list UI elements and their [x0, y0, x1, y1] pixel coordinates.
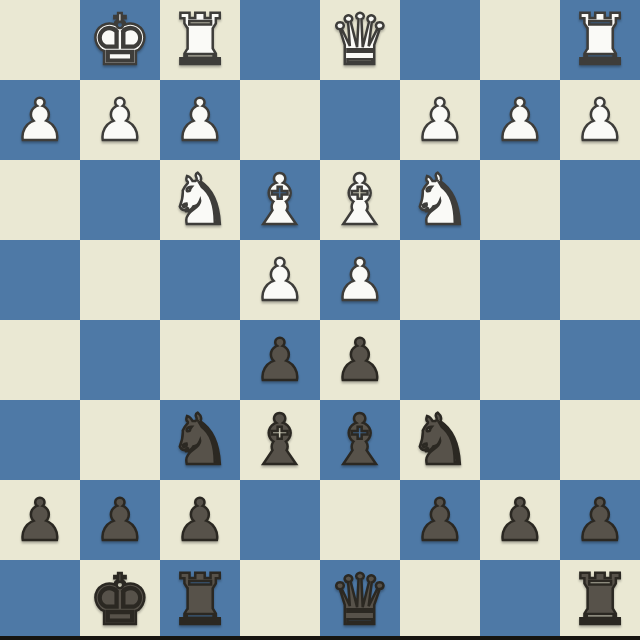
square-c5[interactable] [400, 320, 480, 400]
white-queen[interactable]: ♛ [329, 0, 392, 80]
square-h2[interactable]: ♟ [0, 80, 80, 160]
black-pawn[interactable]: ♟ [494, 480, 546, 560]
square-e3[interactable]: ♝ [240, 160, 320, 240]
black-knight[interactable]: ♞ [169, 400, 232, 480]
square-d1[interactable]: ♛ [320, 0, 400, 80]
white-knight[interactable]: ♞ [409, 160, 472, 240]
square-a8[interactable]: ♜ [560, 560, 640, 640]
black-pawn[interactable]: ♟ [174, 480, 226, 560]
square-a7[interactable]: ♟ [560, 480, 640, 560]
square-c2[interactable]: ♟ [400, 80, 480, 160]
square-f5[interactable] [160, 320, 240, 400]
black-pawn[interactable]: ♟ [574, 480, 626, 560]
square-h8[interactable] [0, 560, 80, 640]
black-pawn[interactable]: ♟ [94, 480, 146, 560]
white-rook[interactable]: ♜ [169, 0, 232, 80]
white-pawn[interactable]: ♟ [254, 240, 306, 320]
square-g2[interactable]: ♟ [80, 80, 160, 160]
square-g5[interactable] [80, 320, 160, 400]
square-e4[interactable]: ♟ [240, 240, 320, 320]
square-b6[interactable] [480, 400, 560, 480]
black-king[interactable]: ♚ [89, 560, 152, 640]
square-d8[interactable]: ♛ [320, 560, 400, 640]
square-f6[interactable]: ♞ [160, 400, 240, 480]
black-bishop[interactable]: ♝ [249, 400, 312, 480]
square-d6[interactable]: ♝ [320, 400, 400, 480]
square-e6[interactable]: ♝ [240, 400, 320, 480]
square-d4[interactable]: ♟ [320, 240, 400, 320]
square-e7[interactable] [240, 480, 320, 560]
square-b2[interactable]: ♟ [480, 80, 560, 160]
white-pawn[interactable]: ♟ [14, 80, 66, 160]
square-c3[interactable]: ♞ [400, 160, 480, 240]
square-a4[interactable] [560, 240, 640, 320]
black-rook[interactable]: ♜ [169, 560, 232, 640]
square-h1[interactable] [0, 0, 80, 80]
square-g4[interactable] [80, 240, 160, 320]
square-a6[interactable] [560, 400, 640, 480]
square-d2[interactable] [320, 80, 400, 160]
black-queen[interactable]: ♛ [329, 560, 392, 640]
white-bishop[interactable]: ♝ [329, 160, 392, 240]
square-a3[interactable] [560, 160, 640, 240]
white-pawn[interactable]: ♟ [94, 80, 146, 160]
black-rook[interactable]: ♜ [569, 560, 632, 640]
square-f8[interactable]: ♜ [160, 560, 240, 640]
square-a5[interactable] [560, 320, 640, 400]
square-c7[interactable]: ♟ [400, 480, 480, 560]
square-c4[interactable] [400, 240, 480, 320]
square-f7[interactable]: ♟ [160, 480, 240, 560]
white-pawn[interactable]: ♟ [334, 240, 386, 320]
white-knight[interactable]: ♞ [169, 160, 232, 240]
square-d5[interactable]: ♟ [320, 320, 400, 400]
square-d3[interactable]: ♝ [320, 160, 400, 240]
square-a1[interactable]: ♜ [560, 0, 640, 80]
black-bishop[interactable]: ♝ [329, 400, 392, 480]
square-a2[interactable]: ♟ [560, 80, 640, 160]
white-pawn[interactable]: ♟ [494, 80, 546, 160]
square-f4[interactable] [160, 240, 240, 320]
square-b5[interactable] [480, 320, 560, 400]
black-pawn[interactable]: ♟ [14, 480, 66, 560]
square-c6[interactable]: ♞ [400, 400, 480, 480]
bottom-edge-strip [0, 636, 640, 640]
white-rook[interactable]: ♜ [569, 0, 632, 80]
board-wrap: ♚♜♛♜♟♟♟♟♟♟♞♝♝♞♟♟♟♟♞♝♝♞♟♟♟♟♟♟♚♜♛♜ [0, 0, 640, 640]
square-f3[interactable]: ♞ [160, 160, 240, 240]
square-g3[interactable] [80, 160, 160, 240]
square-e8[interactable] [240, 560, 320, 640]
square-f2[interactable]: ♟ [160, 80, 240, 160]
square-b3[interactable] [480, 160, 560, 240]
white-pawn[interactable]: ♟ [414, 80, 466, 160]
black-pawn[interactable]: ♟ [414, 480, 466, 560]
black-pawn[interactable]: ♟ [254, 320, 306, 400]
square-b7[interactable]: ♟ [480, 480, 560, 560]
white-pawn[interactable]: ♟ [174, 80, 226, 160]
square-g1[interactable]: ♚ [80, 0, 160, 80]
square-c8[interactable] [400, 560, 480, 640]
square-e2[interactable] [240, 80, 320, 160]
square-h5[interactable] [0, 320, 80, 400]
square-g7[interactable]: ♟ [80, 480, 160, 560]
square-h3[interactable] [0, 160, 80, 240]
square-h6[interactable] [0, 400, 80, 480]
white-king[interactable]: ♚ [89, 0, 152, 80]
square-b1[interactable] [480, 0, 560, 80]
square-g6[interactable] [80, 400, 160, 480]
square-h7[interactable]: ♟ [0, 480, 80, 560]
square-g8[interactable]: ♚ [80, 560, 160, 640]
white-bishop[interactable]: ♝ [249, 160, 312, 240]
chess-board: ♚♜♛♜♟♟♟♟♟♟♞♝♝♞♟♟♟♟♞♝♝♞♟♟♟♟♟♟♚♜♛♜ [0, 0, 640, 640]
square-b4[interactable] [480, 240, 560, 320]
square-c1[interactable] [400, 0, 480, 80]
square-h4[interactable] [0, 240, 80, 320]
black-pawn[interactable]: ♟ [334, 320, 386, 400]
square-e5[interactable]: ♟ [240, 320, 320, 400]
square-d7[interactable] [320, 480, 400, 560]
square-e1[interactable] [240, 0, 320, 80]
square-b8[interactable] [480, 560, 560, 640]
black-knight[interactable]: ♞ [409, 400, 472, 480]
square-f1[interactable]: ♜ [160, 0, 240, 80]
white-pawn[interactable]: ♟ [574, 80, 626, 160]
